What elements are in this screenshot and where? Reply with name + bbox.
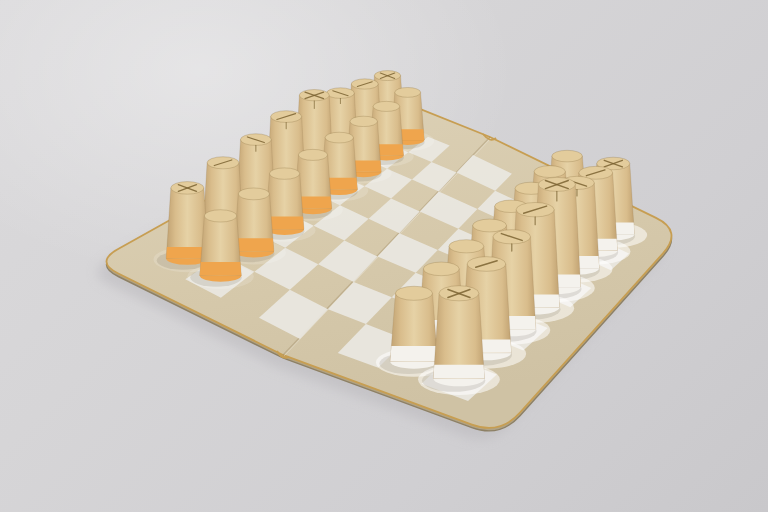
product-render-scene bbox=[0, 0, 768, 512]
chessboard-render bbox=[0, 0, 768, 512]
